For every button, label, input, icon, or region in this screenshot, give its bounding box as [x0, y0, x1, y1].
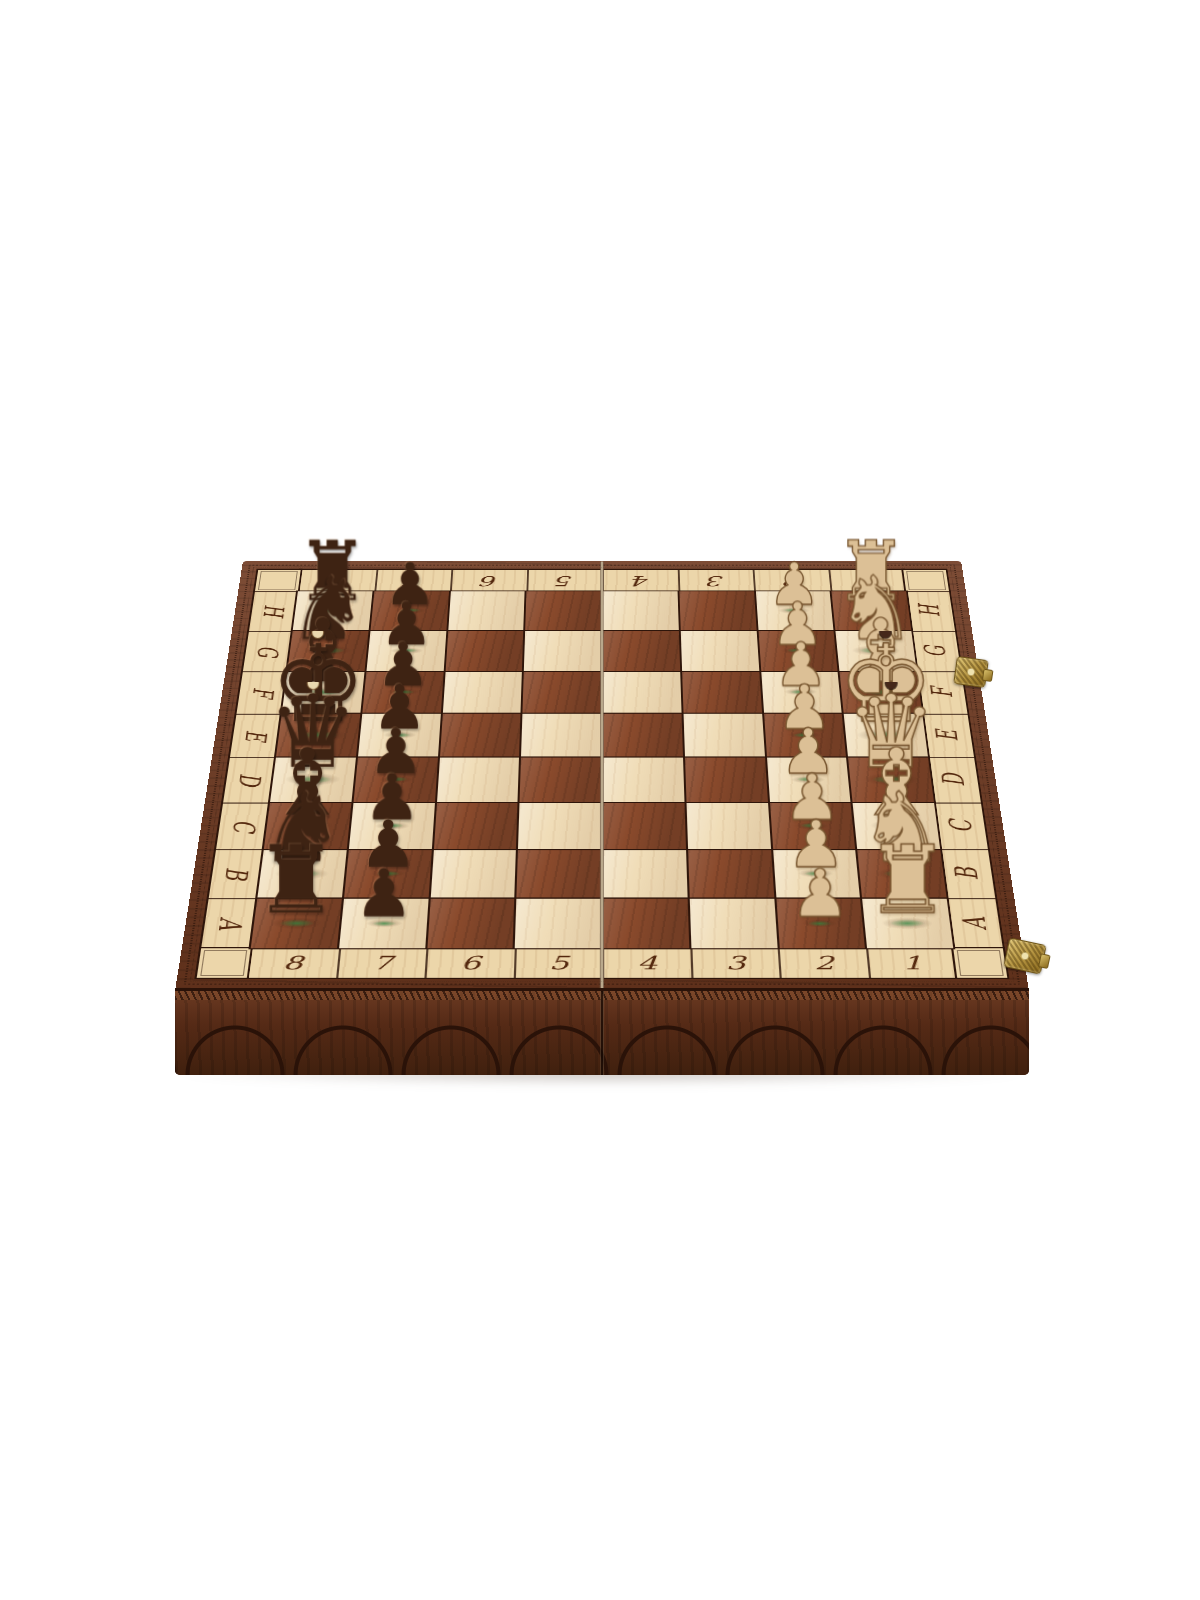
front-face-seam [600, 991, 604, 1075]
rook-glyph: ♜ [254, 833, 338, 927]
file-label-H: H [916, 605, 945, 617]
pawn-glyph: ♟ [791, 861, 850, 927]
rank-label-1: 1 [858, 574, 877, 588]
pawn-glyph: ♟ [354, 861, 413, 927]
pieces-layer: ♜♞♝♛♚♝♞♜♟♟♟♟♟♟♟♟♟♟♟♟♟♟♟♟♜♞♝♛♚♝♞♜ [175, 561, 1028, 989]
file-label-G: G [253, 646, 282, 658]
rank-label-4: 4 [632, 574, 649, 588]
rank-label-6: 6 [480, 574, 498, 588]
brass-clasp-icon [953, 656, 989, 688]
rank-label-2: 2 [783, 574, 801, 588]
rank-label-3: 3 [708, 574, 726, 588]
file-label-G: G [921, 646, 950, 658]
product-photo: 87654321 87654321 HGFEDCBA HGFEDCBA ♜♞♝♛… [0, 0, 1200, 1600]
rook-glyph: ♜ [866, 833, 950, 927]
rank-label-5: 5 [556, 574, 573, 588]
clasp-tab [982, 669, 994, 683]
board-front-face [175, 988, 1029, 1075]
file-label-H: H [259, 605, 288, 617]
clasp-tab [1038, 954, 1051, 969]
chessboard: 87654321 87654321 HGFEDCBA HGFEDCBA ♜♞♝♛… [175, 561, 1028, 989]
rank-label-8: 8 [328, 574, 347, 588]
rank-label-7: 7 [405, 574, 423, 588]
